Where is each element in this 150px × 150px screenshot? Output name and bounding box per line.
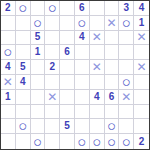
- cell-r10c7-circle-mark[interactable]: ○: [90, 134, 105, 149]
- cell-r3c8[interactable]: [105, 31, 120, 46]
- cell-r8c5[interactable]: [60, 105, 75, 120]
- cell-r6c4[interactable]: [45, 75, 60, 90]
- cell-r5c10-cross-mark[interactable]: ✕: [134, 60, 149, 75]
- cell-r4c10[interactable]: [134, 45, 149, 60]
- cell-r8c10[interactable]: [134, 105, 149, 120]
- cell-r10c10-clue-number: 2: [134, 134, 149, 149]
- cell-r1c6-clue-number: 6: [75, 1, 90, 16]
- cell-r4c1-circle-mark[interactable]: ○: [1, 45, 16, 60]
- cell-r2c8-cross-mark[interactable]: ✕: [105, 16, 120, 31]
- cell-r7c10[interactable]: [134, 90, 149, 105]
- cell-r7c8-clue-number: 6: [105, 90, 120, 105]
- cell-r4c5-clue-number: 6: [60, 45, 75, 60]
- puzzle-screenshot: 2○○634○○✕○154✕✕○16452✕✕✕4○1✕46✕○5○○○○○○2: [0, 0, 150, 150]
- cell-r1c5[interactable]: [60, 1, 75, 16]
- cell-r10c3-circle-mark[interactable]: ○: [31, 134, 46, 149]
- cell-r4c4[interactable]: [45, 45, 60, 60]
- cell-r9c5-clue-number: 5: [60, 119, 75, 134]
- cell-r9c1[interactable]: [1, 119, 16, 134]
- cell-r10c9-circle-mark[interactable]: ○: [119, 134, 134, 149]
- cell-r9c6[interactable]: [75, 119, 90, 134]
- cell-r1c3[interactable]: [31, 1, 46, 16]
- cell-r1c8[interactable]: [105, 1, 120, 16]
- cell-r9c9[interactable]: [119, 119, 134, 134]
- cell-r4c6[interactable]: [75, 45, 90, 60]
- cell-r5c5[interactable]: [60, 60, 75, 75]
- cell-r2c1[interactable]: [1, 16, 16, 31]
- cell-r6c3[interactable]: [31, 75, 46, 90]
- cell-r4c3-clue-number: 1: [31, 45, 46, 60]
- cell-r1c4-circle-mark[interactable]: ○: [45, 1, 60, 16]
- cell-r3c10-cross-mark[interactable]: ✕: [134, 31, 149, 46]
- cell-r2c6-circle-mark[interactable]: ○: [75, 16, 90, 31]
- cell-r1c10-clue-number: 4: [134, 1, 149, 16]
- cell-r3c2[interactable]: [16, 31, 31, 46]
- cell-r2c2[interactable]: [16, 16, 31, 31]
- cell-r6c5[interactable]: [60, 75, 75, 90]
- cell-r8c1[interactable]: [1, 105, 16, 120]
- cell-r8c6[interactable]: [75, 105, 90, 120]
- cell-r2c7[interactable]: [90, 16, 105, 31]
- cell-r2c3-circle-mark[interactable]: ○: [31, 16, 46, 31]
- cell-r10c4[interactable]: [45, 134, 60, 149]
- cell-r4c2[interactable]: [16, 45, 31, 60]
- cell-r7c6[interactable]: [75, 90, 90, 105]
- cell-r10c1[interactable]: [1, 134, 16, 149]
- cell-r3c4[interactable]: [45, 31, 60, 46]
- cell-r9c7[interactable]: [90, 119, 105, 134]
- cell-r3c1[interactable]: [1, 31, 16, 46]
- cell-r7c4-cross-mark[interactable]: ✕: [45, 90, 60, 105]
- cell-r5c2-clue-number: 5: [16, 60, 31, 75]
- cell-r1c7[interactable]: [90, 1, 105, 16]
- cell-r9c3[interactable]: [31, 119, 46, 134]
- cell-r5c1-clue-number: 4: [1, 60, 16, 75]
- cell-r8c9[interactable]: [119, 105, 134, 120]
- cell-r8c8[interactable]: [105, 105, 120, 120]
- cell-r5c9[interactable]: [119, 60, 134, 75]
- cell-r8c2[interactable]: [16, 105, 31, 120]
- cell-r2c5[interactable]: [60, 16, 75, 31]
- cell-r9c8-circle-mark[interactable]: ○: [105, 119, 120, 134]
- cell-r10c5[interactable]: [60, 134, 75, 149]
- cell-r6c8[interactable]: [105, 75, 120, 90]
- cell-r4c8[interactable]: [105, 45, 120, 60]
- cell-r7c1-clue-number: 1: [1, 90, 16, 105]
- cell-r3c7-cross-mark[interactable]: ✕: [90, 31, 105, 46]
- cell-r9c10[interactable]: [134, 119, 149, 134]
- cell-r5c8[interactable]: [105, 60, 120, 75]
- cell-r10c6-circle-mark[interactable]: ○: [75, 134, 90, 149]
- cell-r10c2[interactable]: [16, 134, 31, 149]
- cell-r6c9-circle-mark[interactable]: ○: [119, 75, 134, 90]
- cell-r2c4[interactable]: [45, 16, 60, 31]
- cell-r1c1-clue-number: 2: [1, 1, 16, 16]
- cell-r3c9[interactable]: [119, 31, 134, 46]
- cell-r5c4-clue-number: 2: [45, 60, 60, 75]
- cell-r7c2[interactable]: [16, 90, 31, 105]
- cell-r9c4[interactable]: [45, 119, 60, 134]
- cell-r9c2-circle-mark[interactable]: ○: [16, 119, 31, 134]
- cell-r5c3[interactable]: [31, 60, 46, 75]
- cell-r8c4[interactable]: [45, 105, 60, 120]
- cell-r6c7[interactable]: [90, 75, 105, 90]
- cell-r1c2-circle-mark[interactable]: ○: [16, 1, 31, 16]
- cell-r4c7[interactable]: [90, 45, 105, 60]
- cell-r1c9-clue-number: 3: [119, 1, 134, 16]
- cell-r6c2-clue-number: 4: [16, 75, 31, 90]
- cell-r5c6[interactable]: [75, 60, 90, 75]
- cell-r10c8-circle-mark[interactable]: ○: [105, 134, 120, 149]
- cell-r6c1-cross-mark[interactable]: ✕: [1, 75, 16, 90]
- cell-r8c7[interactable]: [90, 105, 105, 120]
- cell-r3c6-clue-number: 4: [75, 31, 90, 46]
- cell-r7c9-cross-mark[interactable]: ✕: [119, 90, 134, 105]
- puzzle-board: 2○○634○○✕○154✕✕○16452✕✕✕4○1✕46✕○5○○○○○○2: [0, 0, 150, 150]
- cell-r5c7-cross-mark[interactable]: ✕: [90, 60, 105, 75]
- cell-r8c3[interactable]: [31, 105, 46, 120]
- cell-r4c9[interactable]: [119, 45, 134, 60]
- cell-r2c9-circle-mark[interactable]: ○: [119, 16, 134, 31]
- cell-r2c10-clue-number: 1: [134, 16, 149, 31]
- cell-r7c5[interactable]: [60, 90, 75, 105]
- cell-r6c6[interactable]: [75, 75, 90, 90]
- cell-r3c5[interactable]: [60, 31, 75, 46]
- cell-r7c3[interactable]: [31, 90, 46, 105]
- cell-r6c10[interactable]: [134, 75, 149, 90]
- cell-r3c3-clue-number: 5: [31, 31, 46, 46]
- cell-r7c7-clue-number: 4: [90, 90, 105, 105]
